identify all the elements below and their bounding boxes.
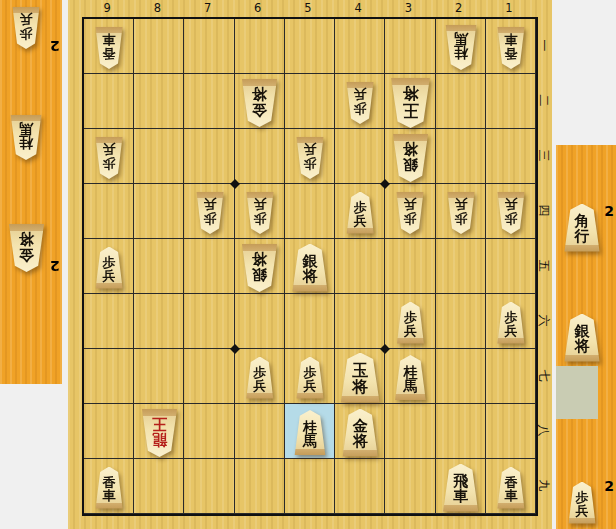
cell-5f[interactable] <box>285 294 335 349</box>
piece-9a-gote[interactable]: 香車 <box>94 27 124 69</box>
cell-5i[interactable] <box>285 459 335 514</box>
file-label-6: 6 <box>233 1 283 16</box>
cell-4f[interactable] <box>335 294 385 349</box>
sente-hand-slot-0 <box>556 145 616 200</box>
board-grid: 香車桂馬香車金将歩兵王将歩兵歩兵銀将歩兵歩兵歩兵歩兵歩兵歩兵歩兵銀将銀将歩兵歩兵… <box>82 17 538 516</box>
hand-slot-highlight <box>556 366 598 419</box>
piece-9i-sente[interactable]: 香車 <box>94 467 124 509</box>
cell-7g[interactable] <box>184 349 234 404</box>
piece-kanji: 歩兵 <box>253 363 266 393</box>
piece-kanji: 桂馬 <box>303 417 317 449</box>
cell-7i[interactable] <box>184 459 234 514</box>
piece-kanji: 玉将 <box>352 360 368 396</box>
cell-7b[interactable] <box>184 74 234 129</box>
cell-2f[interactable] <box>436 294 486 349</box>
file-label-2: 2 <box>434 1 484 16</box>
sente-hand-slot-1[interactable]: 角行2 <box>556 200 616 255</box>
piece-2i-sente[interactable]: 飛車 <box>441 464 480 512</box>
file-label-1: 1 <box>484 1 534 16</box>
cell-4c[interactable] <box>335 129 385 184</box>
sente-hand-slot-6[interactable]: 歩兵2 <box>556 475 616 529</box>
cell-9h[interactable] <box>84 404 134 459</box>
gote-hand-slot-6 <box>0 330 62 385</box>
sente-hand-slot-3[interactable]: 銀将 <box>556 310 616 365</box>
piece-kanji: 香車 <box>103 33 116 63</box>
cell-2h[interactable] <box>436 404 486 459</box>
piece-4b-gote[interactable]: 歩兵 <box>345 82 375 124</box>
cell-1h[interactable] <box>486 404 536 459</box>
piece-1f-sente[interactable]: 歩兵 <box>496 302 526 344</box>
gote-hand-slot-3 <box>0 165 62 220</box>
sente-hand-piece-銀将[interactable]: 銀将 <box>563 314 602 362</box>
cell-4i[interactable] <box>335 459 385 514</box>
cell-5a[interactable] <box>285 19 335 74</box>
piece-kanji: 銀将 <box>303 251 318 285</box>
file-label-9: 9 <box>82 1 132 16</box>
piece-kanji: 桂馬 <box>454 32 468 64</box>
piece-4d-sente[interactable]: 歩兵 <box>345 192 375 234</box>
piece-2d-gote[interactable]: 歩兵 <box>446 192 476 234</box>
cell-8d[interactable] <box>134 184 184 239</box>
piece-kanji: 龍王 <box>152 416 167 450</box>
piece-4h-sente[interactable]: 金将 <box>341 409 380 457</box>
piece-1d-gote[interactable]: 歩兵 <box>496 192 526 234</box>
cell-8i[interactable] <box>134 459 184 514</box>
piece-kanji: 金将 <box>353 416 368 450</box>
cell-1c[interactable] <box>486 129 536 184</box>
piece-kanji: 角行 <box>575 211 590 245</box>
sente-hand-slot-4 <box>556 365 616 420</box>
cell-4a[interactable] <box>335 19 385 74</box>
piece-kanji: 歩兵 <box>454 198 467 228</box>
piece-5h-sente[interactable]: 桂馬 <box>293 410 327 455</box>
piece-5e-sente[interactable]: 銀将 <box>291 244 330 292</box>
piece-3b-gote[interactable]: 王将 <box>389 78 432 128</box>
gote-hand-slot-1 <box>0 55 62 110</box>
piece-kanji: 歩兵 <box>20 13 33 43</box>
cell-3i[interactable] <box>385 459 435 514</box>
file-label-7: 7 <box>182 1 232 16</box>
piece-9c-gote[interactable]: 歩兵 <box>94 137 124 179</box>
cell-6a[interactable] <box>235 19 285 74</box>
piece-1a-gote[interactable]: 香車 <box>496 27 526 69</box>
gote-hand-tray: 歩兵2桂馬金将2 <box>0 0 62 384</box>
piece-kanji: 歩兵 <box>304 363 317 393</box>
piece-kanji: 桂馬 <box>403 362 417 394</box>
cell-3h[interactable] <box>385 404 435 459</box>
gote-hand-piece-歩兵[interactable]: 歩兵 <box>11 7 41 49</box>
piece-kanji: 香車 <box>504 473 517 503</box>
cell-6h[interactable] <box>235 404 285 459</box>
file-label-3: 3 <box>383 1 433 16</box>
cell-9d[interactable] <box>84 184 134 239</box>
file-label-4: 4 <box>333 1 383 16</box>
gote-hand-slot-0[interactable]: 歩兵2 <box>0 0 62 55</box>
cell-6i[interactable] <box>235 459 285 514</box>
sente-hand-tray: 角行2銀将歩兵2 <box>556 145 616 529</box>
piece-kanji: 歩兵 <box>404 308 417 338</box>
piece-kanji: 歩兵 <box>354 198 367 228</box>
piece-kanji: 金将 <box>252 86 267 120</box>
board-area: 987654321 一二三四五六七八九 香車桂馬香車金将歩兵王将歩兵歩兵銀将歩兵… <box>68 0 552 529</box>
cell-2g[interactable] <box>436 349 486 404</box>
gote-hand-slot-2[interactable]: 桂馬 <box>0 110 62 165</box>
piece-1i-sente[interactable]: 香車 <box>496 467 526 509</box>
piece-6b-gote[interactable]: 金将 <box>240 79 279 127</box>
hand-piece-count: 2 <box>50 258 60 274</box>
file-labels: 987654321 <box>82 0 534 17</box>
piece-kanji: 桂馬 <box>19 122 33 154</box>
sente-hand-slot-5 <box>556 420 616 475</box>
sente-hand-piece-角行[interactable]: 角行 <box>563 204 602 252</box>
piece-4g-sente[interactable]: 玉将 <box>339 353 382 403</box>
file-label-5: 5 <box>283 1 333 16</box>
piece-kanji: 歩兵 <box>203 198 216 228</box>
piece-kanji: 歩兵 <box>404 198 417 228</box>
cell-7h[interactable] <box>184 404 234 459</box>
cell-5d[interactable] <box>285 184 335 239</box>
piece-6e-gote[interactable]: 銀将 <box>240 244 279 292</box>
cell-5b[interactable] <box>285 74 335 129</box>
cell-1g[interactable] <box>486 349 536 404</box>
piece-kanji: 歩兵 <box>576 488 589 518</box>
hand-piece-count: 2 <box>604 478 614 494</box>
hand-piece-count: 2 <box>604 203 614 219</box>
shogi-viewer: 歩兵2桂馬金将2 987654321 一二三四五六七八九 香車桂馬香車金将歩兵王… <box>0 0 616 529</box>
cell-6f[interactable] <box>235 294 285 349</box>
piece-kanji: 香車 <box>504 33 517 63</box>
sente-hand-slot-2 <box>556 255 616 310</box>
piece-kanji: 金将 <box>19 231 34 265</box>
cell-2b[interactable] <box>436 74 486 129</box>
cell-6c[interactable] <box>235 129 285 184</box>
cell-8e[interactable] <box>134 239 184 294</box>
cell-3e[interactable] <box>385 239 435 294</box>
piece-3g-sente[interactable]: 桂馬 <box>393 355 427 400</box>
piece-5g-sente[interactable]: 歩兵 <box>295 357 325 399</box>
piece-kanji: 歩兵 <box>354 88 367 118</box>
cell-8g[interactable] <box>134 349 184 404</box>
cell-7e[interactable] <box>184 239 234 294</box>
piece-8h-gote[interactable]: 龍王 <box>140 409 179 457</box>
piece-kanji: 歩兵 <box>504 198 517 228</box>
piece-6d-gote[interactable]: 歩兵 <box>245 192 275 234</box>
cell-2c[interactable] <box>436 129 486 184</box>
gote-hand-slot-4[interactable]: 金将2 <box>0 220 62 275</box>
file-label-8: 8 <box>132 1 182 16</box>
piece-kanji: 銀将 <box>252 251 267 285</box>
piece-3f-sente[interactable]: 歩兵 <box>395 302 425 344</box>
cell-2e[interactable] <box>436 239 486 294</box>
cell-9b[interactable] <box>84 74 134 129</box>
piece-6g-sente[interactable]: 歩兵 <box>245 357 275 399</box>
cell-8a[interactable] <box>134 19 184 74</box>
cell-8f[interactable] <box>134 294 184 349</box>
piece-3d-gote[interactable]: 歩兵 <box>395 192 425 234</box>
piece-3c-gote[interactable]: 銀将 <box>391 134 430 182</box>
piece-kanji: 王将 <box>402 85 418 121</box>
cell-8b[interactable] <box>134 74 184 129</box>
cell-8c[interactable] <box>134 129 184 184</box>
piece-2a-gote[interactable]: 桂馬 <box>444 25 478 70</box>
sente-hand-piece-歩兵[interactable]: 歩兵 <box>567 482 597 524</box>
cell-7c[interactable] <box>184 129 234 184</box>
piece-kanji: 歩兵 <box>504 308 517 338</box>
piece-kanji: 歩兵 <box>103 253 116 283</box>
gote-hand-piece-金将[interactable]: 金将 <box>7 224 46 272</box>
piece-5c-gote[interactable]: 歩兵 <box>295 137 325 179</box>
cell-3a[interactable] <box>385 19 435 74</box>
cell-1b[interactable] <box>486 74 536 129</box>
cell-4e[interactable] <box>335 239 385 294</box>
piece-kanji: 歩兵 <box>103 143 116 173</box>
cell-9f[interactable] <box>84 294 134 349</box>
cell-1e[interactable] <box>486 239 536 294</box>
piece-kanji: 銀将 <box>575 321 590 355</box>
gote-hand-slot-5 <box>0 275 62 330</box>
piece-kanji: 歩兵 <box>253 198 266 228</box>
piece-kanji: 飛車 <box>453 471 468 505</box>
cell-9g[interactable] <box>84 349 134 404</box>
piece-9e-sente[interactable]: 歩兵 <box>94 247 124 289</box>
piece-kanji: 歩兵 <box>304 143 317 173</box>
gote-hand-piece-桂馬[interactable]: 桂馬 <box>9 115 43 160</box>
piece-kanji: 香車 <box>103 473 116 503</box>
cell-7f[interactable] <box>184 294 234 349</box>
cell-7a[interactable] <box>184 19 234 74</box>
piece-7d-gote[interactable]: 歩兵 <box>195 192 225 234</box>
piece-kanji: 銀将 <box>403 141 418 175</box>
hand-piece-count: 2 <box>50 38 60 54</box>
